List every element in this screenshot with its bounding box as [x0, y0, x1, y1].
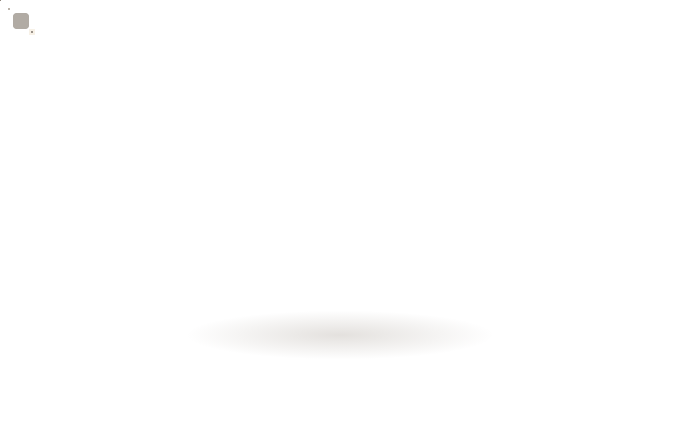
engraved-border-ornament-band	[13, 13, 29, 29]
chess-set-scene	[0, 0, 680, 425]
board-drop-shadow	[120, 300, 560, 370]
engraved-border-inner-ring	[31, 31, 33, 33]
product-photo-canvas	[0, 0, 680, 425]
engraved-border-outer-ring	[8, 8, 10, 10]
